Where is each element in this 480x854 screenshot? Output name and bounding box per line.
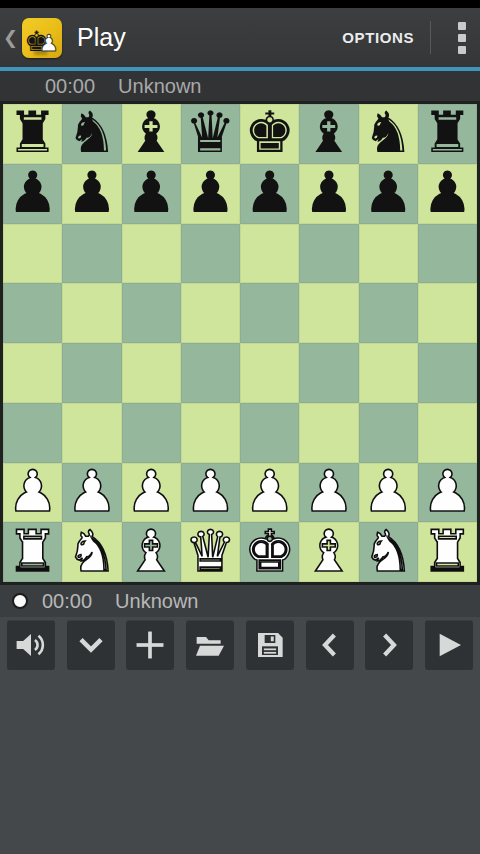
- square-g6[interactable]: [359, 224, 418, 284]
- bottom-player-clock: 00:00: [42, 590, 92, 613]
- square-c7[interactable]: ♟: [122, 164, 181, 224]
- piece-black-pawn: ♟: [363, 164, 414, 221]
- content-background: [0, 673, 480, 854]
- volume-button[interactable]: [7, 620, 55, 670]
- square-a5[interactable]: [3, 283, 62, 343]
- piece-black-bishop: ♝: [126, 104, 177, 161]
- square-a7[interactable]: ♟: [3, 164, 62, 224]
- engine-play-button[interactable]: [425, 620, 473, 670]
- square-d1[interactable]: ♛: [181, 522, 240, 582]
- square-f6[interactable]: [299, 224, 358, 284]
- square-d5[interactable]: [181, 283, 240, 343]
- square-b8[interactable]: ♞: [62, 104, 121, 164]
- square-c5[interactable]: [122, 283, 181, 343]
- square-g7[interactable]: ♟: [359, 164, 418, 224]
- square-c8[interactable]: ♝: [122, 104, 181, 164]
- bottom-player-name: Unknown: [115, 590, 198, 613]
- square-e1[interactable]: ♚: [240, 522, 299, 582]
- square-h1[interactable]: ♜: [418, 522, 477, 582]
- piece-white-pawn: ♟: [422, 463, 473, 520]
- piece-black-knight: ♞: [66, 104, 117, 161]
- square-b1[interactable]: ♞: [62, 522, 121, 582]
- square-g1[interactable]: ♞: [359, 522, 418, 582]
- options-button[interactable]: OPTIONS: [342, 19, 414, 56]
- square-e4[interactable]: [240, 343, 299, 403]
- square-d7[interactable]: ♟: [181, 164, 240, 224]
- top-player-name: Unknown: [118, 75, 201, 98]
- open-game-button[interactable]: [186, 620, 234, 670]
- top-player-clock: 00:00: [45, 75, 95, 98]
- square-a4[interactable]: [3, 343, 62, 403]
- piece-black-king: ♚: [244, 104, 295, 161]
- piece-black-pawn: ♟: [422, 164, 473, 221]
- piece-black-pawn: ♟: [126, 164, 177, 221]
- play-icon: [432, 629, 466, 661]
- square-h3[interactable]: [418, 403, 477, 463]
- undo-move-button[interactable]: [306, 620, 354, 670]
- square-d8[interactable]: ♛: [181, 104, 240, 164]
- square-d6[interactable]: [181, 224, 240, 284]
- square-b2[interactable]: ♟: [62, 463, 121, 523]
- piece-white-pawn: ♟: [7, 463, 58, 520]
- square-g4[interactable]: [359, 343, 418, 403]
- chess-app-icon: ♚ ♟: [22, 18, 62, 58]
- piece-white-pawn: ♟: [185, 463, 236, 520]
- folder-open-icon: [192, 629, 228, 661]
- piece-white-pawn: ♟: [244, 463, 295, 520]
- square-a6[interactable]: [3, 224, 62, 284]
- square-c3[interactable]: [122, 403, 181, 463]
- chess-board-frame: ♜♞♝♛♚♝♞♜♟♟♟♟♟♟♟♟♟♟♟♟♟♟♟♟♜♞♝♛♚♝♞♜: [0, 101, 480, 585]
- volume-icon: [14, 629, 48, 661]
- square-f3[interactable]: [299, 403, 358, 463]
- square-b6[interactable]: [62, 224, 121, 284]
- piece-white-queen: ♛: [185, 523, 236, 580]
- square-g5[interactable]: [359, 283, 418, 343]
- piece-white-bishop: ♝: [126, 523, 177, 580]
- save-game-button[interactable]: [246, 620, 294, 670]
- square-d2[interactable]: ♟: [181, 463, 240, 523]
- square-c1[interactable]: ♝: [122, 522, 181, 582]
- square-h7[interactable]: ♟: [418, 164, 477, 224]
- chess-board: ♜♞♝♛♚♝♞♜♟♟♟♟♟♟♟♟♟♟♟♟♟♟♟♟♜♞♝♛♚♝♞♜: [3, 104, 477, 582]
- square-h4[interactable]: [418, 343, 477, 403]
- square-f5[interactable]: [299, 283, 358, 343]
- square-a8[interactable]: ♜: [3, 104, 62, 164]
- square-e3[interactable]: [240, 403, 299, 463]
- square-c2[interactable]: ♟: [122, 463, 181, 523]
- square-c4[interactable]: [122, 343, 181, 403]
- overflow-menu-icon: [458, 22, 466, 30]
- status-bar: [0, 0, 480, 8]
- piece-white-pawn: ♟: [66, 463, 117, 520]
- plus-icon: [132, 628, 168, 662]
- square-f1[interactable]: ♝: [299, 522, 358, 582]
- square-b3[interactable]: [62, 403, 121, 463]
- bottom-player-row: 00:00 Unknown: [0, 585, 480, 617]
- overflow-menu-button[interactable]: [450, 16, 474, 60]
- actionbar-divider: [430, 21, 431, 54]
- piece-white-bishop: ♝: [303, 523, 354, 580]
- square-h2[interactable]: ♟: [418, 463, 477, 523]
- app-icon-white-pawn: ♟: [38, 32, 59, 55]
- page-title: Play: [77, 23, 126, 52]
- toolbar: [0, 617, 480, 673]
- chevron-right-icon: [374, 629, 404, 661]
- redo-move-button[interactable]: [365, 620, 413, 670]
- piece-black-knight: ♞: [363, 104, 414, 161]
- square-e2[interactable]: ♟: [240, 463, 299, 523]
- top-player-row: 00:00 Unknown: [0, 71, 480, 101]
- square-h6[interactable]: [418, 224, 477, 284]
- square-e8[interactable]: ♚: [240, 104, 299, 164]
- white-to-move-indicator: [12, 593, 28, 609]
- piece-black-pawn: ♟: [244, 164, 295, 221]
- square-d3[interactable]: [181, 403, 240, 463]
- piece-white-rook: ♜: [422, 523, 473, 580]
- square-e5[interactable]: [240, 283, 299, 343]
- piece-black-bishop: ♝: [303, 104, 354, 161]
- square-g2[interactable]: ♟: [359, 463, 418, 523]
- collapse-button[interactable]: [67, 620, 115, 670]
- square-e6[interactable]: [240, 224, 299, 284]
- chevron-left-icon: [315, 629, 345, 661]
- square-f4[interactable]: [299, 343, 358, 403]
- save-icon: [253, 629, 287, 661]
- piece-white-pawn: ♟: [303, 463, 354, 520]
- square-c6[interactable]: [122, 224, 181, 284]
- piece-black-rook: ♜: [7, 104, 58, 161]
- piece-white-pawn: ♟: [126, 463, 177, 520]
- chevron-down-icon: [74, 629, 108, 661]
- square-h8[interactable]: ♜: [418, 104, 477, 164]
- square-g3[interactable]: [359, 403, 418, 463]
- square-e7[interactable]: ♟: [240, 164, 299, 224]
- square-b7[interactable]: ♟: [62, 164, 121, 224]
- piece-white-knight: ♞: [66, 523, 117, 580]
- piece-white-rook: ♜: [7, 523, 58, 580]
- square-f8[interactable]: ♝: [299, 104, 358, 164]
- piece-white-king: ♚: [244, 523, 295, 580]
- action-bar: ❮ ♚ ♟ Play OPTIONS: [0, 8, 480, 67]
- piece-white-pawn: ♟: [363, 463, 414, 520]
- back-button[interactable]: ❮: [1, 21, 20, 55]
- square-b4[interactable]: [62, 343, 121, 403]
- piece-black-pawn: ♟: [185, 164, 236, 221]
- square-b5[interactable]: [62, 283, 121, 343]
- piece-black-pawn: ♟: [303, 164, 354, 221]
- square-h5[interactable]: [418, 283, 477, 343]
- square-a1[interactable]: ♜: [3, 522, 62, 582]
- piece-black-rook: ♜: [422, 104, 473, 161]
- square-a2[interactable]: ♟: [3, 463, 62, 523]
- square-d4[interactable]: [181, 343, 240, 403]
- piece-black-queen: ♛: [185, 104, 236, 161]
- square-f7[interactable]: ♟: [299, 164, 358, 224]
- square-a3[interactable]: [3, 403, 62, 463]
- piece-black-pawn: ♟: [7, 164, 58, 221]
- square-g8[interactable]: ♞: [359, 104, 418, 164]
- new-game-button[interactable]: [126, 620, 174, 670]
- piece-white-knight: ♞: [363, 523, 414, 580]
- piece-black-pawn: ♟: [66, 164, 117, 221]
- square-f2[interactable]: ♟: [299, 463, 358, 523]
